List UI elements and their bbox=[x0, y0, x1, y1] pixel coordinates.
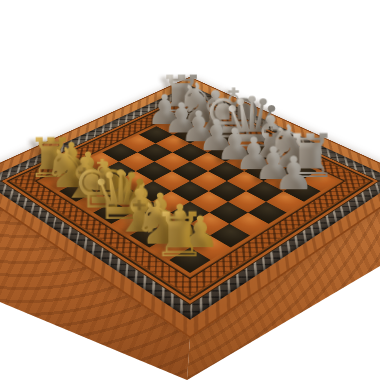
product-photo-stage: ♜♞♝♚♛♝♞♜♟♟♟♟♟♟♟♟♟♟♟♟♟♟♟♟♜♞♝♚♛♝♞♜ bbox=[0, 0, 380, 380]
inner-leather-margin: ♜♞♝♚♛♝♞♜♟♟♟♟♟♟♟♟♟♟♟♟♟♟♟♟♜♞♝♚♛♝♞♜ bbox=[34, 107, 345, 280]
board-grid: ♜♞♝♚♛♝♞♜♟♟♟♟♟♟♟♟♟♟♟♟♟♟♟♟♜♞♝♚♛♝♞♜ bbox=[43, 110, 337, 273]
rook-glyph: ♜ bbox=[128, 205, 230, 266]
gold-white-rook-a1: ♜ bbox=[169, 248, 210, 273]
pawn-glyph: ♟ bbox=[248, 150, 340, 196]
